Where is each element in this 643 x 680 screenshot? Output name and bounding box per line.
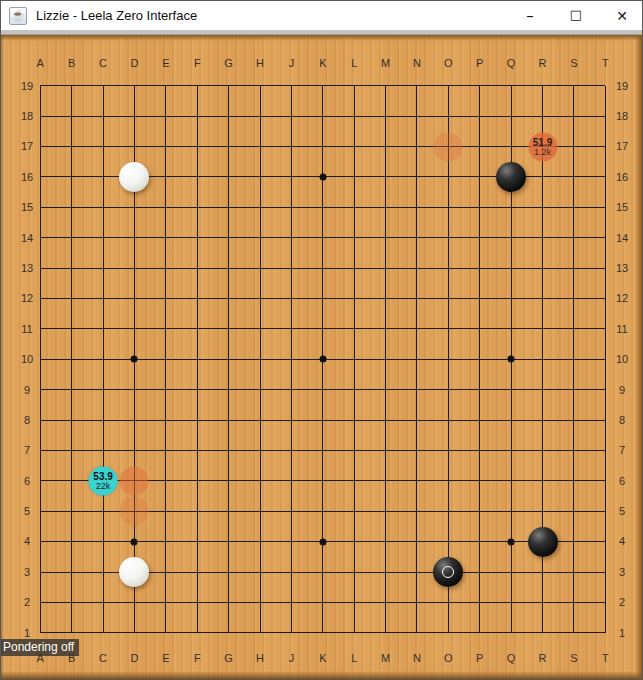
board-cell[interactable] [213, 587, 244, 617]
board-cell[interactable] [213, 618, 244, 648]
board-cell[interactable] [339, 466, 370, 496]
board-cell[interactable] [558, 466, 589, 496]
board-cell[interactable] [213, 375, 244, 405]
board-cell[interactable] [307, 253, 338, 283]
board-cell[interactable] [276, 618, 307, 648]
board-cell[interactable] [370, 101, 401, 131]
board-cell[interactable] [370, 162, 401, 192]
board-cell[interactable] [527, 71, 558, 101]
board-cell[interactable] [464, 405, 495, 435]
board-cell[interactable] [495, 71, 526, 101]
board-cell[interactable] [339, 192, 370, 222]
board-cell[interactable] [25, 283, 56, 313]
board-cell[interactable] [307, 223, 338, 253]
board-cell[interactable] [244, 405, 275, 435]
board-cell[interactable] [558, 618, 589, 648]
board-cell[interactable] [558, 71, 589, 101]
board-cell[interactable] [119, 344, 150, 374]
board-cell[interactable] [433, 223, 464, 253]
board-cell[interactable] [495, 557, 526, 587]
board-cell[interactable] [464, 131, 495, 161]
board-cell[interactable] [527, 375, 558, 405]
board-cell[interactable] [150, 344, 181, 374]
board-cell[interactable] [495, 192, 526, 222]
analysis-ghost-move[interactable] [120, 497, 149, 526]
board-cell[interactable] [150, 192, 181, 222]
board-cell[interactable] [370, 405, 401, 435]
board-cell[interactable] [339, 162, 370, 192]
analysis-best-move[interactable]: 53.922k [89, 466, 118, 495]
board-cell[interactable] [370, 618, 401, 648]
board-cell[interactable] [433, 253, 464, 283]
board-cell[interactable] [401, 405, 432, 435]
board-cell[interactable] [244, 435, 275, 465]
board-cell[interactable] [433, 587, 464, 617]
board-cell[interactable] [307, 131, 338, 161]
board-cell[interactable] [56, 223, 87, 253]
board-cell[interactable] [527, 496, 558, 526]
board-cell[interactable] [339, 253, 370, 283]
board-cell[interactable] [276, 526, 307, 556]
board-cell[interactable] [433, 526, 464, 556]
board-cell[interactable] [527, 253, 558, 283]
board-cell[interactable] [56, 71, 87, 101]
board-cell[interactable] [527, 618, 558, 648]
board-cell[interactable] [370, 526, 401, 556]
board-cell[interactable] [25, 405, 56, 435]
board-cell[interactable] [464, 466, 495, 496]
board-cell[interactable] [401, 131, 432, 161]
board-cell[interactable] [558, 283, 589, 313]
minimize-button[interactable]: – [518, 4, 542, 28]
board-cell[interactable] [213, 162, 244, 192]
board-cell[interactable] [119, 496, 150, 526]
board-cell[interactable] [150, 587, 181, 617]
board-cell[interactable] [213, 283, 244, 313]
board-cell[interactable] [213, 435, 244, 465]
board-cell[interactable] [558, 375, 589, 405]
board-cell[interactable] [339, 618, 370, 648]
board-cell[interactable] [244, 192, 275, 222]
board-cell[interactable] [213, 131, 244, 161]
board-cell[interactable] [213, 405, 244, 435]
board-cell[interactable] [495, 435, 526, 465]
board-cell[interactable] [495, 344, 526, 374]
board-cell[interactable] [527, 344, 558, 374]
board-cell[interactable] [213, 466, 244, 496]
board-cell[interactable] [558, 162, 589, 192]
board-cell[interactable] [87, 587, 118, 617]
board-cell[interactable] [590, 618, 621, 648]
board-cell[interactable] [401, 435, 432, 465]
board-cell[interactable] [56, 557, 87, 587]
board-cell[interactable] [25, 375, 56, 405]
board-cell[interactable] [244, 71, 275, 101]
board-cell[interactable] [464, 375, 495, 405]
board-cell[interactable] [339, 435, 370, 465]
board-cell[interactable] [119, 71, 150, 101]
board-cell[interactable] [495, 283, 526, 313]
board-cell[interactable] [87, 496, 118, 526]
board-cell[interactable] [25, 435, 56, 465]
board-cell[interactable] [182, 162, 213, 192]
board-cell[interactable] [307, 587, 338, 617]
board-cell[interactable] [307, 101, 338, 131]
board-cell[interactable] [244, 162, 275, 192]
board-cell[interactable] [339, 557, 370, 587]
board-cell[interactable] [464, 344, 495, 374]
board-cell[interactable] [276, 344, 307, 374]
board-cell[interactable] [244, 618, 275, 648]
board-cell[interactable] [527, 526, 558, 556]
board-cell[interactable] [87, 344, 118, 374]
board-cell[interactable] [150, 375, 181, 405]
board-cell[interactable] [527, 283, 558, 313]
board-cell[interactable] [182, 526, 213, 556]
board-cell[interactable] [182, 496, 213, 526]
board-cell[interactable] [25, 587, 56, 617]
board-cell[interactable] [527, 466, 558, 496]
board-cell[interactable] [401, 587, 432, 617]
board-cell[interactable] [87, 314, 118, 344]
board-cell[interactable] [150, 253, 181, 283]
board-cell[interactable] [307, 162, 338, 192]
board-cell[interactable] [527, 557, 558, 587]
board-cell[interactable] [56, 192, 87, 222]
board-cell[interactable] [182, 344, 213, 374]
board-cell[interactable] [401, 162, 432, 192]
board-cell[interactable] [150, 435, 181, 465]
board-cell[interactable] [433, 375, 464, 405]
board-cell[interactable] [244, 466, 275, 496]
board-cell[interactable] [119, 253, 150, 283]
board-cell[interactable] [590, 192, 621, 222]
board-cell[interactable] [25, 192, 56, 222]
board-cell[interactable] [464, 526, 495, 556]
board-cell[interactable] [56, 435, 87, 465]
board-cell[interactable] [527, 314, 558, 344]
board-cell[interactable] [401, 526, 432, 556]
board-cell[interactable] [307, 283, 338, 313]
board-cell[interactable] [244, 131, 275, 161]
board-cell[interactable] [558, 192, 589, 222]
board-cell[interactable] [119, 557, 150, 587]
board-cell[interactable] [370, 71, 401, 101]
board-cell[interactable] [87, 557, 118, 587]
board-cell[interactable]: 51.91.2k [527, 131, 558, 161]
board-cell[interactable] [150, 71, 181, 101]
board-cell[interactable] [25, 162, 56, 192]
board-cell[interactable] [433, 344, 464, 374]
board-cell[interactable] [370, 283, 401, 313]
board-cell[interactable] [213, 101, 244, 131]
board-cell[interactable] [182, 435, 213, 465]
board-cell[interactable] [87, 435, 118, 465]
board-cell[interactable] [276, 557, 307, 587]
board-cell[interactable] [401, 223, 432, 253]
board-cell[interactable] [527, 587, 558, 617]
board-cell[interactable] [87, 71, 118, 101]
board-cell[interactable] [276, 131, 307, 161]
board-cell[interactable] [495, 526, 526, 556]
board-cell[interactable] [590, 405, 621, 435]
board-cell[interactable] [119, 466, 150, 496]
board-cell[interactable] [150, 131, 181, 161]
board-cell[interactable] [119, 162, 150, 192]
board-cell[interactable] [433, 466, 464, 496]
board-cell[interactable] [558, 314, 589, 344]
board-cell[interactable] [590, 466, 621, 496]
board-cell[interactable] [244, 253, 275, 283]
board-cell[interactable] [56, 283, 87, 313]
board-cell[interactable] [119, 587, 150, 617]
board-cell[interactable] [433, 71, 464, 101]
board-cell[interactable] [433, 557, 464, 587]
board-cell[interactable] [495, 375, 526, 405]
board-cell[interactable] [87, 131, 118, 161]
board-cell[interactable] [401, 101, 432, 131]
board-cell[interactable] [370, 131, 401, 161]
board-cell[interactable] [339, 496, 370, 526]
board-cell[interactable] [87, 101, 118, 131]
board-cell[interactable] [401, 557, 432, 587]
board-cell[interactable] [276, 192, 307, 222]
board-cell[interactable] [339, 71, 370, 101]
board-cell[interactable] [182, 314, 213, 344]
board-cell[interactable] [433, 162, 464, 192]
board-cell[interactable] [401, 466, 432, 496]
board-cell[interactable] [150, 466, 181, 496]
board-cell[interactable] [401, 253, 432, 283]
board-cell[interactable] [307, 314, 338, 344]
board-cell[interactable] [276, 314, 307, 344]
board-cell[interactable] [119, 223, 150, 253]
board-cell[interactable] [464, 162, 495, 192]
board-cell[interactable] [590, 526, 621, 556]
board-cell[interactable] [370, 344, 401, 374]
board-cell[interactable] [464, 587, 495, 617]
board-cell[interactable] [56, 496, 87, 526]
board-cell[interactable] [56, 314, 87, 344]
board-cell[interactable] [590, 101, 621, 131]
board-cell[interactable] [307, 405, 338, 435]
board-cell[interactable] [590, 131, 621, 161]
board-cell[interactable] [495, 101, 526, 131]
board-cell[interactable] [213, 314, 244, 344]
board-cell[interactable] [150, 618, 181, 648]
board-cell[interactable]: 53.922k [87, 466, 118, 496]
board-cell[interactable] [25, 496, 56, 526]
board-cell[interactable] [370, 557, 401, 587]
board-cell[interactable] [119, 283, 150, 313]
board-cell[interactable] [182, 253, 213, 283]
board-cell[interactable] [495, 496, 526, 526]
board-cell[interactable] [244, 587, 275, 617]
board-cell[interactable] [119, 618, 150, 648]
board-cell[interactable] [527, 101, 558, 131]
board-cell[interactable] [558, 435, 589, 465]
board-cell[interactable] [433, 435, 464, 465]
board-cell[interactable] [150, 314, 181, 344]
board-cell[interactable] [527, 223, 558, 253]
board-cell[interactable] [527, 192, 558, 222]
board-cell[interactable] [339, 344, 370, 374]
board-cell[interactable] [276, 162, 307, 192]
board-cell[interactable] [150, 405, 181, 435]
board-cell[interactable] [25, 71, 56, 101]
board-cell[interactable] [527, 405, 558, 435]
board-cell[interactable] [464, 557, 495, 587]
board-cell[interactable] [370, 587, 401, 617]
board-cell[interactable] [401, 71, 432, 101]
board-cell[interactable] [590, 223, 621, 253]
board-cell[interactable] [25, 253, 56, 283]
board-cell[interactable] [558, 131, 589, 161]
board-cell[interactable] [182, 71, 213, 101]
board-cell[interactable] [590, 344, 621, 374]
board-cell[interactable] [590, 253, 621, 283]
board-cell[interactable] [401, 496, 432, 526]
board-cell[interactable] [56, 587, 87, 617]
board-cell[interactable] [307, 496, 338, 526]
board-cell[interactable] [495, 162, 526, 192]
board-cell[interactable] [56, 405, 87, 435]
board-cell[interactable] [87, 162, 118, 192]
board-cell[interactable] [150, 223, 181, 253]
board-cell[interactable] [370, 435, 401, 465]
board-cell[interactable] [370, 223, 401, 253]
board-cell[interactable] [401, 344, 432, 374]
analysis-ghost-move[interactable] [120, 466, 149, 495]
board-cell[interactable] [558, 557, 589, 587]
board-cell[interactable] [339, 283, 370, 313]
board-cell[interactable] [244, 526, 275, 556]
board-cell[interactable] [590, 375, 621, 405]
title-bar[interactable]: ☕ Lizzie - Leela Zero Interface – □ ✕ [1, 1, 642, 30]
board-cell[interactable] [56, 162, 87, 192]
board-cell[interactable] [87, 223, 118, 253]
board-cell[interactable] [339, 587, 370, 617]
board-cell[interactable] [370, 253, 401, 283]
board-cell[interactable] [244, 496, 275, 526]
board-cell[interactable] [339, 375, 370, 405]
board-cell[interactable] [119, 405, 150, 435]
board-cell[interactable] [182, 283, 213, 313]
board-cell[interactable] [56, 375, 87, 405]
board-cell[interactable] [150, 283, 181, 313]
board-cell[interactable] [182, 101, 213, 131]
board-cell[interactable] [464, 283, 495, 313]
board-cell[interactable] [119, 435, 150, 465]
board-cell[interactable] [56, 101, 87, 131]
board-cell[interactable] [244, 344, 275, 374]
board-cell[interactable] [433, 101, 464, 131]
board-cell[interactable] [370, 466, 401, 496]
board-cell[interactable] [558, 405, 589, 435]
board-cell[interactable] [558, 526, 589, 556]
board-cell[interactable] [464, 496, 495, 526]
board-cell[interactable] [25, 526, 56, 556]
board-cell[interactable] [307, 435, 338, 465]
board-cell[interactable] [182, 587, 213, 617]
board-cell[interactable] [401, 618, 432, 648]
board-cell[interactable] [213, 192, 244, 222]
board-cell[interactable] [119, 314, 150, 344]
board-cell[interactable] [150, 162, 181, 192]
board-cell[interactable] [590, 435, 621, 465]
board-cell[interactable] [56, 131, 87, 161]
board-cell[interactable] [276, 587, 307, 617]
board-cell[interactable] [370, 375, 401, 405]
board-cell[interactable] [276, 405, 307, 435]
board-cell[interactable] [370, 314, 401, 344]
board-cell[interactable] [276, 375, 307, 405]
board-cell[interactable] [244, 314, 275, 344]
board-cell[interactable] [213, 526, 244, 556]
board-cell[interactable] [182, 618, 213, 648]
board-cell[interactable] [339, 101, 370, 131]
board-cell[interactable] [527, 435, 558, 465]
board-cell[interactable] [119, 101, 150, 131]
board-cell[interactable] [590, 314, 621, 344]
board-cell[interactable] [119, 192, 150, 222]
board-cell[interactable] [276, 71, 307, 101]
board-cell[interactable] [558, 253, 589, 283]
board-cell[interactable] [25, 314, 56, 344]
board-cell[interactable] [307, 192, 338, 222]
board-cell[interactable] [307, 344, 338, 374]
board-cell[interactable] [182, 557, 213, 587]
board-cell[interactable] [213, 223, 244, 253]
board-cell[interactable] [590, 162, 621, 192]
board-cell[interactable] [150, 557, 181, 587]
board-cell[interactable] [276, 223, 307, 253]
board-cell[interactable] [464, 253, 495, 283]
board-cell[interactable] [213, 557, 244, 587]
board-cell[interactable] [558, 344, 589, 374]
board-cell[interactable] [307, 71, 338, 101]
board-cell[interactable] [558, 223, 589, 253]
board-cell[interactable] [464, 435, 495, 465]
board-cell[interactable] [464, 71, 495, 101]
board-cell[interactable] [401, 192, 432, 222]
board-cell[interactable] [495, 587, 526, 617]
board-cell[interactable] [244, 375, 275, 405]
board-cell[interactable] [276, 283, 307, 313]
board-cell[interactable] [87, 405, 118, 435]
maximize-button[interactable]: □ [564, 4, 588, 28]
board-cell[interactable] [495, 223, 526, 253]
board-cell[interactable] [182, 131, 213, 161]
board-cell[interactable] [213, 71, 244, 101]
board-cell[interactable] [558, 101, 589, 131]
board-cell[interactable] [590, 587, 621, 617]
board-cell[interactable] [182, 466, 213, 496]
board-cell[interactable] [433, 618, 464, 648]
board-cell[interactable] [150, 496, 181, 526]
board-cell[interactable] [182, 405, 213, 435]
board-cell[interactable] [307, 375, 338, 405]
board-cell[interactable] [590, 71, 621, 101]
board-cell[interactable] [25, 344, 56, 374]
board-cell[interactable] [87, 253, 118, 283]
board-cell[interactable] [119, 131, 150, 161]
board-cell[interactable] [276, 496, 307, 526]
board-cell[interactable] [150, 101, 181, 131]
board-cell[interactable] [464, 192, 495, 222]
board-cell[interactable] [213, 253, 244, 283]
analysis-candidate-move[interactable]: 51.91.2k [528, 132, 557, 161]
